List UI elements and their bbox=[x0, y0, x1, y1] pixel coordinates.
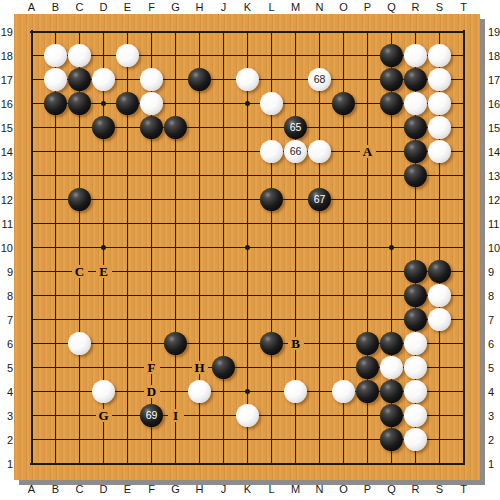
row-label-left-14: 14 bbox=[0, 145, 13, 158]
stone-white-H4[interactable] bbox=[188, 380, 211, 403]
stone-black-H17[interactable] bbox=[188, 68, 211, 91]
stone-black-M15[interactable]: 65 bbox=[284, 116, 307, 139]
column-label-bottom-C: C bbox=[76, 483, 84, 496]
row-label-right-1: 1 bbox=[488, 457, 500, 470]
stone-white-R4[interactable] bbox=[404, 380, 427, 403]
stone-white-K3[interactable] bbox=[236, 404, 259, 427]
letter-mark-A: A bbox=[360, 145, 376, 158]
stone-black-Q3[interactable] bbox=[380, 404, 403, 427]
stone-black-G6[interactable] bbox=[164, 332, 187, 355]
move-number-69: 69 bbox=[146, 410, 158, 421]
stone-white-L16[interactable] bbox=[260, 92, 283, 115]
stone-white-B18[interactable] bbox=[44, 44, 67, 67]
row-label-left-4: 4 bbox=[0, 385, 13, 398]
stone-black-E16[interactable] bbox=[116, 92, 139, 115]
stone-black-Q18[interactable] bbox=[380, 44, 403, 67]
stone-white-S8[interactable] bbox=[428, 284, 451, 307]
stone-white-C18[interactable] bbox=[68, 44, 91, 67]
star-point-K16 bbox=[245, 101, 250, 106]
stone-white-R2[interactable] bbox=[404, 428, 427, 451]
letter-mark-H: H bbox=[192, 361, 208, 374]
column-label-top-Q: Q bbox=[387, 1, 396, 14]
stone-black-R9[interactable] bbox=[404, 260, 427, 283]
row-label-right-13: 13 bbox=[488, 169, 500, 182]
stone-white-M14[interactable]: 66 bbox=[284, 140, 307, 163]
stone-black-S9[interactable] bbox=[428, 260, 451, 283]
star-point-K4 bbox=[245, 389, 250, 394]
column-label-bottom-Q: Q bbox=[387, 483, 396, 496]
row-label-right-15: 15 bbox=[488, 121, 500, 134]
letter-mark-D: D bbox=[144, 385, 160, 398]
stone-black-P6[interactable] bbox=[356, 332, 379, 355]
row-label-left-16: 16 bbox=[0, 97, 13, 110]
stone-white-N17[interactable]: 68 bbox=[308, 68, 331, 91]
column-label-bottom-L: L bbox=[268, 483, 274, 496]
column-label-bottom-E: E bbox=[124, 483, 131, 496]
column-label-top-R: R bbox=[412, 1, 420, 14]
stone-black-R8[interactable] bbox=[404, 284, 427, 307]
stone-black-B16[interactable] bbox=[44, 92, 67, 115]
column-label-top-F: F bbox=[148, 1, 155, 14]
column-label-bottom-P: P bbox=[364, 483, 371, 496]
row-label-right-10: 10 bbox=[488, 241, 500, 254]
stone-black-R7[interactable] bbox=[404, 308, 427, 331]
column-label-top-S: S bbox=[436, 1, 443, 14]
column-label-top-T: T bbox=[460, 1, 467, 14]
column-label-top-L: L bbox=[268, 1, 274, 14]
row-label-right-9: 9 bbox=[488, 265, 500, 278]
row-label-left-19: 19 bbox=[0, 25, 13, 38]
stone-black-C16[interactable] bbox=[68, 92, 91, 115]
row-label-right-7: 7 bbox=[488, 313, 500, 326]
letter-mark-C: C bbox=[72, 265, 88, 278]
stone-white-S17[interactable] bbox=[428, 68, 451, 91]
column-label-bottom-M: M bbox=[291, 483, 300, 496]
stone-white-D4[interactable] bbox=[92, 380, 115, 403]
stone-white-R3[interactable] bbox=[404, 404, 427, 427]
row-label-right-14: 14 bbox=[488, 145, 500, 158]
stone-white-K17[interactable] bbox=[236, 68, 259, 91]
stone-white-M4[interactable] bbox=[284, 380, 307, 403]
stone-white-L14[interactable] bbox=[260, 140, 283, 163]
stone-white-F16[interactable] bbox=[140, 92, 163, 115]
row-label-right-11: 11 bbox=[488, 217, 500, 230]
stone-black-L12[interactable] bbox=[260, 188, 283, 211]
stone-black-F3[interactable]: 69 bbox=[140, 404, 163, 427]
column-label-bottom-S: S bbox=[436, 483, 443, 496]
stone-white-S16[interactable] bbox=[428, 92, 451, 115]
stone-white-B17[interactable] bbox=[44, 68, 67, 91]
letter-mark-G: G bbox=[96, 409, 112, 422]
row-label-left-18: 18 bbox=[0, 49, 13, 62]
row-label-left-3: 3 bbox=[0, 409, 13, 422]
stone-black-F15[interactable] bbox=[140, 116, 163, 139]
move-number-65: 65 bbox=[290, 122, 302, 133]
column-label-top-P: P bbox=[364, 1, 371, 14]
stone-white-F17[interactable] bbox=[140, 68, 163, 91]
row-label-left-2: 2 bbox=[0, 433, 13, 446]
column-label-top-A: A bbox=[28, 1, 35, 14]
row-label-right-2: 2 bbox=[488, 433, 500, 446]
letter-mark-E: E bbox=[96, 265, 112, 278]
row-label-right-4: 4 bbox=[488, 385, 500, 398]
stone-black-Q17[interactable] bbox=[380, 68, 403, 91]
stone-black-Q4[interactable] bbox=[380, 380, 403, 403]
row-label-right-18: 18 bbox=[488, 49, 500, 62]
stone-black-L6[interactable] bbox=[260, 332, 283, 355]
row-label-right-6: 6 bbox=[488, 337, 500, 350]
column-label-bottom-O: O bbox=[339, 483, 348, 496]
go-diagram: ABCDEFGHJKLMNOPQRST ABCDEFGHJKLMNOPQRST … bbox=[0, 0, 500, 500]
column-label-bottom-J: J bbox=[221, 483, 227, 496]
column-label-bottom-R: R bbox=[412, 483, 420, 496]
stone-white-E18[interactable] bbox=[116, 44, 139, 67]
column-label-top-O: O bbox=[339, 1, 348, 14]
column-label-bottom-H: H bbox=[196, 483, 204, 496]
row-label-left-5: 5 bbox=[0, 361, 13, 374]
column-label-top-D: D bbox=[100, 1, 108, 14]
row-label-left-1: 1 bbox=[0, 457, 13, 470]
stone-black-N12[interactable]: 67 bbox=[308, 188, 331, 211]
stone-white-S7[interactable] bbox=[428, 308, 451, 331]
stone-black-C17[interactable] bbox=[68, 68, 91, 91]
star-point-D10 bbox=[101, 245, 106, 250]
stone-white-S14[interactable] bbox=[428, 140, 451, 163]
letter-mark-B: B bbox=[288, 337, 304, 350]
stone-black-C12[interactable] bbox=[68, 188, 91, 211]
stone-black-G15[interactable] bbox=[164, 116, 187, 139]
column-label-bottom-F: F bbox=[148, 483, 155, 496]
stone-black-R15[interactable] bbox=[404, 116, 427, 139]
move-number-68: 68 bbox=[314, 74, 326, 85]
row-label-left-9: 9 bbox=[0, 265, 13, 278]
row-label-left-11: 11 bbox=[0, 217, 13, 230]
row-label-left-15: 15 bbox=[0, 121, 13, 134]
column-label-top-H: H bbox=[196, 1, 204, 14]
row-label-left-6: 6 bbox=[0, 337, 13, 350]
letter-mark-F: F bbox=[144, 361, 160, 374]
grid-line-horizontal-1 bbox=[30, 463, 465, 465]
column-label-bottom-B: B bbox=[52, 483, 59, 496]
stone-white-R5[interactable] bbox=[404, 356, 427, 379]
column-label-top-B: B bbox=[52, 1, 59, 14]
stone-white-R16[interactable] bbox=[404, 92, 427, 115]
go-board[interactable]: ABCDEFGHI6865666769 bbox=[14, 14, 480, 480]
stone-black-R17[interactable] bbox=[404, 68, 427, 91]
stone-white-Q5[interactable] bbox=[380, 356, 403, 379]
stone-white-O4[interactable] bbox=[332, 380, 355, 403]
stone-white-D17[interactable] bbox=[92, 68, 115, 91]
column-label-top-J: J bbox=[221, 1, 227, 14]
letter-mark-I: I bbox=[168, 409, 184, 422]
move-number-66: 66 bbox=[290, 146, 302, 157]
grid-line-vertical-T bbox=[463, 30, 465, 465]
column-label-top-E: E bbox=[124, 1, 131, 14]
stone-black-P4[interactable] bbox=[356, 380, 379, 403]
column-label-bottom-D: D bbox=[100, 483, 108, 496]
stone-white-R6[interactable] bbox=[404, 332, 427, 355]
column-label-top-M: M bbox=[291, 1, 300, 14]
row-label-left-13: 13 bbox=[0, 169, 13, 182]
grid-line-horizontal-7 bbox=[31, 319, 464, 320]
move-number-67: 67 bbox=[314, 194, 326, 205]
stone-black-O16[interactable] bbox=[332, 92, 355, 115]
grid-line-horizontal-8 bbox=[31, 295, 464, 296]
row-label-right-8: 8 bbox=[488, 289, 500, 302]
row-label-left-8: 8 bbox=[0, 289, 13, 302]
row-label-right-5: 5 bbox=[488, 361, 500, 374]
stone-black-Q2[interactable] bbox=[380, 428, 403, 451]
column-label-bottom-N: N bbox=[316, 483, 324, 496]
row-label-left-7: 7 bbox=[0, 313, 13, 326]
stone-white-N14[interactable] bbox=[308, 140, 331, 163]
column-label-top-N: N bbox=[316, 1, 324, 14]
star-point-D16 bbox=[101, 101, 106, 106]
column-label-top-C: C bbox=[76, 1, 84, 14]
row-label-left-12: 12 bbox=[0, 193, 13, 206]
row-label-left-17: 17 bbox=[0, 73, 13, 86]
stone-black-R13[interactable] bbox=[404, 164, 427, 187]
stone-black-J5[interactable] bbox=[212, 356, 235, 379]
column-label-bottom-K: K bbox=[244, 483, 251, 496]
stone-black-D15[interactable] bbox=[92, 116, 115, 139]
column-label-top-K: K bbox=[244, 1, 251, 14]
row-label-right-3: 3 bbox=[488, 409, 500, 422]
stone-white-S18[interactable] bbox=[428, 44, 451, 67]
stone-white-C6[interactable] bbox=[68, 332, 91, 355]
row-label-right-12: 12 bbox=[488, 193, 500, 206]
stone-black-P5[interactable] bbox=[356, 356, 379, 379]
stone-white-R18[interactable] bbox=[404, 44, 427, 67]
row-label-right-17: 17 bbox=[488, 73, 500, 86]
star-point-K10 bbox=[245, 245, 250, 250]
grid-line-vertical-N bbox=[319, 31, 320, 464]
row-label-right-16: 16 bbox=[488, 97, 500, 110]
row-label-left-10: 10 bbox=[0, 241, 13, 254]
stone-white-S15[interactable] bbox=[428, 116, 451, 139]
stone-black-Q16[interactable] bbox=[380, 92, 403, 115]
column-label-bottom-G: G bbox=[171, 483, 180, 496]
column-label-bottom-T: T bbox=[460, 483, 467, 496]
column-label-top-G: G bbox=[171, 1, 180, 14]
stone-black-R14[interactable] bbox=[404, 140, 427, 163]
column-label-bottom-A: A bbox=[28, 483, 35, 496]
stone-black-Q6[interactable] bbox=[380, 332, 403, 355]
row-label-right-19: 19 bbox=[488, 25, 500, 38]
star-point-Q10 bbox=[389, 245, 394, 250]
